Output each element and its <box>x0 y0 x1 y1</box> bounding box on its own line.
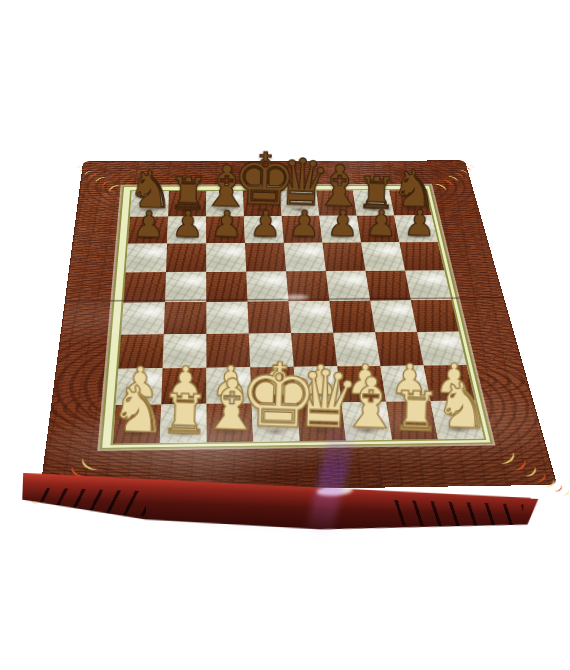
black-pawn[interactable]: ♟ <box>248 205 281 242</box>
square-d7[interactable]: ♟ <box>244 216 284 243</box>
piece-shadow <box>210 206 239 214</box>
square-a1[interactable]: ♞ <box>113 404 161 443</box>
crescent-icon <box>444 174 461 183</box>
square-h7[interactable]: ♟ <box>394 215 438 242</box>
crescent-icon <box>78 167 90 173</box>
square-f5[interactable] <box>326 271 370 301</box>
black-rook[interactable]: ♜ <box>167 170 208 216</box>
photo-stage: ♞♜♝♚♛♝♜♞♟♟♟♟♟♟♟♟♟♟♟♟♟♟♟♟♞♜♝♚♛♝♜♞ <box>0 0 570 670</box>
square-b7[interactable]: ♟ <box>167 216 206 243</box>
piece-shadow <box>249 232 279 240</box>
black-queen[interactable]: ♛ <box>272 150 332 216</box>
piece-shadow <box>323 205 352 213</box>
crescent-icon <box>429 181 451 192</box>
piece-shadow <box>211 232 241 240</box>
square-h8[interactable]: ♞ <box>389 190 431 215</box>
square-e7[interactable]: ♟ <box>282 216 323 243</box>
piece-shadow <box>364 231 394 239</box>
board-3d-wrapper: ♞♜♝♚♛♝♜♞♟♟♟♟♟♟♟♟♟♟♟♟♟♟♟♟♞♜♝♚♛♝♜♞ <box>0 0 570 670</box>
square-d6[interactable] <box>245 243 286 272</box>
crescent-icon <box>92 175 109 184</box>
black-pawn[interactable]: ♟ <box>287 205 320 242</box>
corner-decoration-nw <box>70 163 125 194</box>
corner-decoration-ne <box>429 162 480 193</box>
black-rook[interactable]: ♜ <box>356 170 397 215</box>
piece-shadow <box>248 206 277 214</box>
piece-shadow <box>397 205 427 213</box>
crescent-icon <box>437 177 456 187</box>
square-b6[interactable] <box>166 243 206 272</box>
square-g8[interactable]: ♜ <box>353 190 394 215</box>
black-bishop[interactable]: ♝ <box>312 157 365 216</box>
square-f8[interactable]: ♝ <box>316 190 357 216</box>
square-c6[interactable] <box>206 243 246 272</box>
crescent-icon <box>467 164 477 169</box>
square-e6[interactable] <box>284 243 326 272</box>
crescent-icon <box>462 166 474 172</box>
piece-shadow <box>133 233 163 241</box>
black-pawn[interactable]: ♟ <box>402 205 435 242</box>
square-a6[interactable] <box>126 244 167 273</box>
square-d8[interactable]: ♚ <box>243 191 282 217</box>
square-g4[interactable] <box>370 300 417 332</box>
piece-shadow <box>173 206 202 214</box>
black-pawn[interactable]: ♟ <box>170 206 204 243</box>
square-e8[interactable]: ♛ <box>280 190 320 216</box>
square-f7[interactable]: ♟ <box>319 216 361 243</box>
black-pawn[interactable]: ♟ <box>326 205 359 242</box>
square-h6[interactable] <box>399 242 444 270</box>
crescent-icon <box>98 178 117 188</box>
square-h4[interactable] <box>411 300 459 332</box>
square-a4[interactable] <box>121 302 165 334</box>
piece-shadow <box>172 232 202 240</box>
square-c5[interactable] <box>206 272 247 302</box>
square-b4[interactable] <box>164 302 207 334</box>
black-pawn[interactable]: ♟ <box>364 205 397 242</box>
chess-board: ♞♜♝♚♛♝♜♞♟♟♟♟♟♟♟♟♟♟♟♟♟♟♟♟♞♜♝♚♛♝♜♞ <box>40 160 557 493</box>
square-c7[interactable]: ♟ <box>206 216 245 243</box>
crescent-icon <box>450 171 465 179</box>
black-king[interactable]: ♚ <box>231 142 298 216</box>
piece-shadow <box>402 231 433 239</box>
black-knight[interactable]: ♞ <box>390 162 438 215</box>
black-bishop[interactable]: ♝ <box>199 157 252 216</box>
square-e5[interactable] <box>286 271 329 301</box>
corner-decoration-se <box>495 449 570 501</box>
square-f6[interactable] <box>322 242 365 271</box>
piece-shadow <box>288 232 318 240</box>
white-knight[interactable]: ♞ <box>108 377 167 443</box>
piece-shadow <box>326 232 356 240</box>
piece-shadow <box>135 206 164 214</box>
square-c4[interactable] <box>206 302 249 334</box>
vent-slots-right <box>388 500 523 530</box>
piece-shadow <box>360 205 390 213</box>
black-knight[interactable]: ♞ <box>126 163 174 216</box>
board-grid: ♞♜♝♚♛♝♜♞♟♟♟♟♟♟♟♟♟♟♟♟♟♟♟♟♞♜♝♚♛♝♜♞ <box>110 189 486 445</box>
crescent-icon <box>87 172 103 180</box>
crescent-icon <box>104 182 125 194</box>
crescent-icon <box>82 169 96 176</box>
square-b1[interactable]: ♜ <box>160 404 207 443</box>
center-scuff <box>282 295 308 301</box>
square-h5[interactable] <box>405 270 451 300</box>
square-g5[interactable] <box>365 270 410 300</box>
square-c8[interactable]: ♝ <box>206 191 244 217</box>
square-f4[interactable] <box>329 301 375 333</box>
playing-area: ♞♜♝♚♛♝♜♞♟♟♟♟♟♟♟♟♟♟♟♟♟♟♟♟♞♜♝♚♛♝♜♞ <box>100 185 493 450</box>
square-g6[interactable] <box>361 242 405 270</box>
square-c1[interactable]: ♝ <box>207 403 254 442</box>
square-d5[interactable] <box>246 271 288 301</box>
square-b5[interactable] <box>165 272 206 302</box>
square-a7[interactable]: ♟ <box>128 217 168 244</box>
square-a8[interactable]: ♞ <box>130 191 169 217</box>
square-d4[interactable] <box>247 301 291 333</box>
square-e4[interactable] <box>288 301 333 333</box>
square-a5[interactable] <box>123 272 166 303</box>
square-g7[interactable]: ♟ <box>357 216 400 243</box>
piece-shadow <box>285 206 314 214</box>
black-pawn[interactable]: ♟ <box>209 206 243 243</box>
crescent-icon <box>456 168 470 175</box>
crescent-icon <box>74 165 84 170</box>
square-b8[interactable]: ♜ <box>168 191 206 217</box>
black-pawn[interactable]: ♟ <box>131 206 165 243</box>
